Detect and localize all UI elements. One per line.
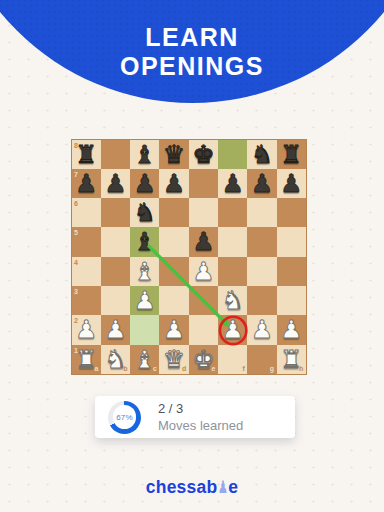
white-pawn: ♟ xyxy=(221,315,243,344)
board-square-f6[interactable] xyxy=(218,198,247,227)
board-square-h5[interactable] xyxy=(277,227,306,256)
black-pawn: ♟ xyxy=(251,169,273,198)
board-square-c1[interactable]: c♝ xyxy=(130,345,159,374)
black-pawn: ♟ xyxy=(104,169,126,198)
board-square-h1[interactable]: h♜ xyxy=(277,345,306,374)
board-square-b6[interactable] xyxy=(101,198,130,227)
board-square-e7[interactable] xyxy=(189,169,218,198)
board-square-c7[interactable]: ♟ xyxy=(130,169,159,198)
board-square-h2[interactable]: ♟ xyxy=(277,315,306,344)
app-screen: LEARN OPENINGS 8♜♝♛♚♞♜7♟♟♟♟♟♟♟6♞5♝♟4♝♟3♟… xyxy=(0,0,384,512)
file-label-b: b xyxy=(123,365,127,372)
rank-label-5: 5 xyxy=(74,229,78,236)
logo-text-suffix: e xyxy=(228,477,238,497)
rank-label-6: 6 xyxy=(74,200,78,207)
rank-label-7: 7 xyxy=(74,171,78,178)
board-square-g4[interactable] xyxy=(247,257,276,286)
board-square-g3[interactable] xyxy=(247,286,276,315)
progress-percent: 67% xyxy=(113,405,137,429)
board-square-h4[interactable] xyxy=(277,257,306,286)
board-square-a7[interactable]: 7♟ xyxy=(72,169,101,198)
title-line-1: LEARN xyxy=(0,23,384,52)
white-pawn: ♟ xyxy=(163,315,185,344)
progress-ring: 67% xyxy=(108,401,141,434)
rank-label-8: 8 xyxy=(74,142,78,149)
black-pawn: ♟ xyxy=(280,169,302,198)
board-square-b1[interactable]: b♞ xyxy=(101,345,130,374)
white-pawn: ♟ xyxy=(192,257,214,286)
board-square-e4[interactable]: ♟ xyxy=(189,257,218,286)
board-square-e3[interactable] xyxy=(189,286,218,315)
board-square-e1[interactable]: e♚ xyxy=(189,345,218,374)
board-square-g7[interactable]: ♟ xyxy=(247,169,276,198)
board-square-e2[interactable] xyxy=(189,315,218,344)
chessable-logo: chessab♟e xyxy=(0,477,384,498)
progress-card: 67% 2 / 3 Moves learned xyxy=(95,396,295,438)
board-square-h3[interactable] xyxy=(277,286,306,315)
board-square-a2[interactable]: 2♟ xyxy=(72,315,101,344)
board-square-a3[interactable]: 3 xyxy=(72,286,101,315)
progress-fraction: 2 / 3 xyxy=(158,400,243,417)
white-pawn: ♟ xyxy=(251,315,273,344)
board-square-g8[interactable]: ♞ xyxy=(247,140,276,169)
progress-text: 2 / 3 Moves learned xyxy=(158,400,243,434)
board-square-c4[interactable]: ♝ xyxy=(130,257,159,286)
board-square-b5[interactable] xyxy=(101,227,130,256)
board-square-a8[interactable]: 8♜ xyxy=(72,140,101,169)
board-square-h7[interactable]: ♟ xyxy=(277,169,306,198)
board-square-a5[interactable]: 5 xyxy=(72,227,101,256)
board-square-e6[interactable] xyxy=(189,198,218,227)
board-square-c8[interactable]: ♝ xyxy=(130,140,159,169)
board-square-h6[interactable] xyxy=(277,198,306,227)
file-label-g: g xyxy=(270,365,274,372)
board-square-b7[interactable]: ♟ xyxy=(101,169,130,198)
board-square-f1[interactable]: f xyxy=(218,345,247,374)
black-bishop: ♝ xyxy=(134,227,156,256)
board-square-d3[interactable] xyxy=(159,286,188,315)
logo-pawn-icon: ♟ xyxy=(218,477,228,497)
black-knight: ♞ xyxy=(134,198,156,227)
board-square-d5[interactable] xyxy=(159,227,188,256)
white-bishop: ♝ xyxy=(134,257,156,286)
black-pawn: ♟ xyxy=(192,227,214,256)
board-square-c2[interactable] xyxy=(130,315,159,344)
title-line-2: OPENINGS xyxy=(0,52,384,81)
board-square-d7[interactable]: ♟ xyxy=(159,169,188,198)
white-pawn: ♟ xyxy=(75,315,97,344)
board-square-g1[interactable]: g xyxy=(247,345,276,374)
black-pawn: ♟ xyxy=(163,169,185,198)
board-square-f3[interactable]: ♞ xyxy=(218,286,247,315)
chess-board: 8♜♝♛♚♞♜7♟♟♟♟♟♟♟6♞5♝♟4♝♟3♟♞2♟♟♟♟♟♟1a♜b♞c♝… xyxy=(71,139,307,375)
board-square-f7[interactable]: ♟ xyxy=(218,169,247,198)
rank-label-3: 3 xyxy=(74,288,78,295)
file-label-f: f xyxy=(242,365,244,372)
file-label-h: h xyxy=(299,365,303,372)
board-square-f8[interactable] xyxy=(218,140,247,169)
board-square-b4[interactable] xyxy=(101,257,130,286)
page-title: LEARN OPENINGS xyxy=(0,23,384,81)
board-square-f5[interactable] xyxy=(218,227,247,256)
white-pawn: ♟ xyxy=(104,315,126,344)
board-square-b8[interactable] xyxy=(101,140,130,169)
logo-text-prefix: chessab xyxy=(146,477,217,497)
black-pawn: ♟ xyxy=(134,169,156,198)
board-square-a4[interactable]: 4 xyxy=(72,257,101,286)
board-square-b2[interactable]: ♟ xyxy=(101,315,130,344)
rank-label-2: 2 xyxy=(74,317,78,324)
board-square-d8[interactable]: ♛ xyxy=(159,140,188,169)
board-square-f2[interactable]: ♟ xyxy=(218,315,247,344)
board-square-f4[interactable] xyxy=(218,257,247,286)
board-square-a6[interactable]: 6 xyxy=(72,198,101,227)
board-square-c6[interactable]: ♞ xyxy=(130,198,159,227)
file-label-c: c xyxy=(153,365,157,372)
board-square-c3[interactable]: ♟ xyxy=(130,286,159,315)
board-square-d6[interactable] xyxy=(159,198,188,227)
black-queen: ♛ xyxy=(163,140,185,169)
black-pawn: ♟ xyxy=(221,169,243,198)
board-square-d1[interactable]: d♛ xyxy=(159,345,188,374)
file-label-d: d xyxy=(182,365,186,372)
white-pawn: ♟ xyxy=(280,315,302,344)
black-rook: ♜ xyxy=(280,140,302,169)
board-square-a1[interactable]: 1a♜ xyxy=(72,345,101,374)
black-knight: ♞ xyxy=(251,140,273,169)
board-square-b3[interactable] xyxy=(101,286,130,315)
board-square-c5[interactable]: ♝ xyxy=(130,227,159,256)
rank-label-1: 1 xyxy=(74,347,78,354)
file-label-e: e xyxy=(212,365,216,372)
board-square-g2[interactable]: ♟ xyxy=(247,315,276,344)
board-square-h8[interactable]: ♜ xyxy=(277,140,306,169)
black-king: ♚ xyxy=(192,140,214,169)
board-square-d4[interactable] xyxy=(159,257,188,286)
board-square-e5[interactable]: ♟ xyxy=(189,227,218,256)
board-square-g5[interactable] xyxy=(247,227,276,256)
board-square-g6[interactable] xyxy=(247,198,276,227)
file-label-a: a xyxy=(94,365,98,372)
white-knight: ♞ xyxy=(221,286,243,315)
black-pawn: ♟ xyxy=(75,169,97,198)
board-square-d2[interactable]: ♟ xyxy=(159,315,188,344)
board-square-e8[interactable]: ♚ xyxy=(189,140,218,169)
progress-caption: Moves learned xyxy=(158,417,243,434)
rank-label-4: 4 xyxy=(74,259,78,266)
white-pawn: ♟ xyxy=(134,286,156,315)
black-rook: ♜ xyxy=(75,140,97,169)
black-bishop: ♝ xyxy=(134,140,156,169)
